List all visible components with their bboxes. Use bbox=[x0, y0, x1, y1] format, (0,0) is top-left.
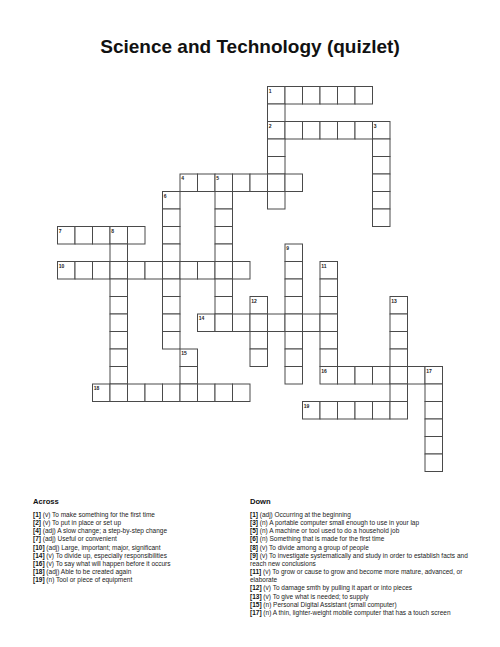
grid-cell[interactable] bbox=[373, 174, 391, 192]
grid-cell[interactable] bbox=[233, 174, 251, 192]
grid-cell[interactable] bbox=[285, 297, 303, 315]
grid-cell[interactable] bbox=[338, 367, 356, 385]
clue-number-label: [8] bbox=[250, 544, 258, 551]
clue-number: 12 bbox=[251, 298, 257, 304]
clue-number: 6 bbox=[164, 193, 167, 199]
grid-cell[interactable] bbox=[163, 332, 181, 350]
grid-cell[interactable] bbox=[93, 262, 111, 280]
grid-cell[interactable] bbox=[110, 297, 128, 315]
clue-number: 5 bbox=[216, 175, 219, 181]
grid-cell[interactable] bbox=[268, 192, 286, 210]
down-clue-1: [1] (adj) Occurring at the beginning bbox=[250, 511, 480, 519]
grid-cell[interactable] bbox=[285, 262, 303, 280]
grid-cell[interactable] bbox=[93, 227, 111, 245]
grid-cell[interactable] bbox=[285, 367, 303, 385]
grid-cell[interactable] bbox=[233, 262, 251, 280]
grid-cell[interactable] bbox=[163, 244, 181, 262]
across-clue-10: [10] (adj) Large, important; major, sign… bbox=[33, 544, 245, 552]
clue-number-label: [7] bbox=[33, 535, 41, 542]
grid-cell[interactable] bbox=[145, 384, 163, 402]
grid-cell[interactable] bbox=[110, 279, 128, 297]
across-clue-1: [1] (v) To make something for the first … bbox=[33, 511, 245, 519]
clue-number-label: [14] bbox=[33, 552, 45, 559]
clue-text: (n) Something that is made for the first… bbox=[258, 535, 384, 542]
grid-cell[interactable] bbox=[425, 419, 443, 437]
grid-cell[interactable] bbox=[110, 349, 128, 367]
across-clue-4: [4] (adj) A slow change; a step-by-step … bbox=[33, 527, 245, 535]
clue-number-label: [9] bbox=[250, 552, 258, 559]
clue-number: 14 bbox=[199, 315, 205, 321]
clue-number-label: [11] bbox=[250, 568, 261, 575]
grid-cell[interactable] bbox=[180, 262, 198, 280]
grid-cell[interactable] bbox=[75, 262, 93, 280]
clue-number-label: [16] bbox=[33, 560, 45, 567]
clue-text: (n) A portable computer small enough to … bbox=[258, 519, 419, 526]
grid-cell[interactable] bbox=[320, 332, 338, 350]
clue-number: 3 bbox=[374, 123, 377, 129]
grid-cell[interactable] bbox=[373, 367, 391, 385]
grid-cell[interactable] bbox=[110, 262, 128, 280]
grid-cell[interactable] bbox=[110, 314, 128, 332]
grid-cell[interactable] bbox=[355, 122, 373, 140]
grid-cell[interactable] bbox=[180, 367, 198, 385]
grid-cell[interactable] bbox=[198, 384, 216, 402]
grid-cell[interactable] bbox=[373, 157, 391, 175]
clue-text: (adj) A slow change; a step-by-step chan… bbox=[41, 527, 167, 534]
grid-cell[interactable] bbox=[373, 402, 391, 420]
grid-cell[interactable] bbox=[198, 262, 216, 280]
crossword-grid: 12345678910111213141516171819 bbox=[57, 86, 444, 473]
grid-cell[interactable] bbox=[320, 122, 338, 140]
across-clue-16: [16] (v) To say what will happen before … bbox=[33, 560, 245, 568]
grid-cell[interactable] bbox=[163, 314, 181, 332]
clue-text: (v) To divide up, especially responsibil… bbox=[45, 552, 167, 559]
grid-cell[interactable] bbox=[250, 174, 268, 192]
down-clue-3: [3] (n) A portable computer small enough… bbox=[250, 519, 480, 527]
clue-number-label: [2] bbox=[33, 519, 41, 526]
grid-cell[interactable] bbox=[320, 297, 338, 315]
grid-cell[interactable] bbox=[250, 332, 268, 350]
grid-cell[interactable] bbox=[390, 349, 408, 367]
grid-cell[interactable] bbox=[268, 314, 286, 332]
clue-number: 15 bbox=[181, 350, 187, 356]
grid-cell[interactable] bbox=[250, 314, 268, 332]
across-clue-14: [14] (v) To divide up, especially respon… bbox=[33, 552, 245, 560]
grid-cell[interactable] bbox=[145, 262, 163, 280]
grid-cell[interactable] bbox=[303, 122, 321, 140]
grid-cell[interactable] bbox=[285, 87, 303, 105]
grid-cell[interactable] bbox=[198, 174, 216, 192]
grid-cell[interactable] bbox=[163, 227, 181, 245]
grid-cell[interactable] bbox=[163, 262, 181, 280]
across-clue-19: [19] (n) Tool or piece of equipment bbox=[33, 576, 245, 584]
down-clue-13: [13] (v) To give what is needed; to supp… bbox=[250, 593, 480, 601]
page-title: Science and Technology (quizlet) bbox=[0, 36, 500, 58]
grid-cell[interactable] bbox=[390, 384, 408, 402]
clue-number-label: [13] bbox=[250, 593, 262, 600]
clue-number: 2 bbox=[269, 123, 272, 129]
clue-number-label: [4] bbox=[33, 527, 41, 534]
grid-cell[interactable] bbox=[285, 349, 303, 367]
grid-cell[interactable] bbox=[285, 174, 303, 192]
down-clue-11: [11] (v) To grow or cause to grow and be… bbox=[250, 568, 480, 584]
grid-cell[interactable] bbox=[163, 209, 181, 227]
clue-text: (adj) Able to be created again bbox=[45, 568, 132, 575]
grid-cell[interactable] bbox=[303, 314, 321, 332]
grid-cell[interactable] bbox=[320, 314, 338, 332]
clue-text: (adj) Occurring at the beginning bbox=[258, 511, 351, 518]
grid-cell[interactable] bbox=[215, 262, 233, 280]
grid-cell[interactable] bbox=[373, 139, 391, 157]
clue-text: (adj) Useful or convenient bbox=[41, 535, 117, 542]
grid-cell[interactable] bbox=[285, 332, 303, 350]
clue-number: 17 bbox=[426, 368, 432, 374]
across-clue-7: [7] (adj) Useful or convenient bbox=[33, 535, 245, 543]
grid-cell[interactable] bbox=[215, 297, 233, 315]
grid-cell[interactable] bbox=[355, 367, 373, 385]
clue-number: 9 bbox=[286, 245, 289, 251]
grid-cell[interactable] bbox=[268, 157, 286, 175]
grid-cell[interactable] bbox=[215, 314, 233, 332]
clue-number: 10 bbox=[59, 263, 65, 269]
grid-cell[interactable] bbox=[110, 367, 128, 385]
grid-cell[interactable] bbox=[215, 192, 233, 210]
grid-cell[interactable] bbox=[390, 402, 408, 420]
clue-number-label: [18] bbox=[33, 568, 45, 575]
down-clue-17: [17] (n) A thin, lighter-weight mobile c… bbox=[250, 609, 480, 617]
grid-cell[interactable] bbox=[215, 227, 233, 245]
grid-cell[interactable] bbox=[268, 139, 286, 157]
across-clues-section: Across [1] (v) To make something for the… bbox=[33, 497, 245, 584]
clue-number: 19 bbox=[304, 403, 310, 409]
clue-number-label: [3] bbox=[250, 519, 258, 526]
grid-cell[interactable] bbox=[128, 384, 146, 402]
down-clue-15: [15] (n) Personal Digital Assistant (sma… bbox=[250, 601, 480, 609]
grid-cell[interactable] bbox=[233, 384, 251, 402]
clue-number-label: [6] bbox=[250, 535, 258, 542]
clue-text: (n) A thin, lighter-weight mobile comput… bbox=[262, 609, 451, 616]
grid-cell[interactable] bbox=[373, 209, 391, 227]
grid-cell[interactable] bbox=[128, 262, 146, 280]
clue-number: 7 bbox=[59, 228, 62, 234]
clue-text: (v) To grow or cause to grow and become … bbox=[250, 568, 462, 583]
clue-number-label: [1] bbox=[250, 511, 258, 518]
grid-cell[interactable] bbox=[268, 104, 286, 122]
grid-cell[interactable] bbox=[355, 402, 373, 420]
clue-text: (v) To investigate systematically and st… bbox=[250, 552, 468, 567]
grid-cell[interactable] bbox=[408, 367, 426, 385]
grid-cell[interactable] bbox=[163, 297, 181, 315]
grid-cell[interactable] bbox=[425, 454, 443, 472]
clue-text: (v) To put in place or set up bbox=[41, 519, 121, 526]
clue-text: (n) Personal Digital Assistant (small co… bbox=[262, 601, 397, 608]
grid-cell[interactable] bbox=[425, 384, 443, 402]
grid-cell[interactable] bbox=[338, 402, 356, 420]
clue-number: 13 bbox=[391, 298, 397, 304]
down-clue-12: [12] (v) To damage smth by pulling it ap… bbox=[250, 584, 480, 592]
grid-cell[interactable] bbox=[425, 402, 443, 420]
down-clues-section: Down [1] (adj) Occurring at the beginnin… bbox=[250, 497, 480, 617]
grid-cell[interactable] bbox=[390, 314, 408, 332]
grid-cell[interactable] bbox=[338, 122, 356, 140]
grid-cell[interactable] bbox=[285, 122, 303, 140]
grid-cell[interactable] bbox=[110, 244, 128, 262]
grid-cell[interactable] bbox=[285, 279, 303, 297]
grid-cell[interactable] bbox=[233, 314, 251, 332]
across-clue-list: [1] (v) To make something for the first … bbox=[33, 511, 245, 584]
grid-cell[interactable] bbox=[320, 349, 338, 367]
clue-number: 8 bbox=[111, 228, 114, 234]
clue-number-label: [17] bbox=[250, 609, 262, 616]
clue-number-label: [15] bbox=[250, 601, 262, 608]
grid-cell[interactable] bbox=[303, 87, 321, 105]
grid-cell[interactable] bbox=[163, 384, 181, 402]
grid-cell[interactable] bbox=[268, 174, 286, 192]
clue-number: 11 bbox=[321, 263, 327, 269]
grid-cell[interactable] bbox=[373, 192, 391, 210]
across-clue-18: [18] (adj) Able to be created again bbox=[33, 568, 245, 576]
clue-number: 16 bbox=[321, 368, 327, 374]
clue-number: 18 bbox=[94, 385, 100, 391]
clue-number: 4 bbox=[181, 175, 184, 181]
clue-text: (v) To make something for the first time bbox=[41, 511, 155, 518]
clue-number-label: [12] bbox=[250, 584, 262, 591]
grid-cell[interactable] bbox=[128, 227, 146, 245]
grid-cell[interactable] bbox=[180, 384, 198, 402]
clue-number-label: [10] bbox=[33, 544, 45, 551]
clue-text: (v) To say what will happen before it oc… bbox=[45, 560, 171, 567]
grid-cell[interactable] bbox=[163, 279, 181, 297]
grid-cell[interactable] bbox=[285, 314, 303, 332]
grid-cell[interactable] bbox=[110, 332, 128, 350]
down-clue-5: [5] (n) A machine or tool used to do a h… bbox=[250, 527, 480, 535]
down-clue-6: [6] (n) Something that is made for the f… bbox=[250, 535, 480, 543]
grid-cell[interactable] bbox=[390, 332, 408, 350]
grid-cell[interactable] bbox=[320, 87, 338, 105]
down-clue-9: [9] (v) To investigate systematically an… bbox=[250, 552, 480, 568]
grid-cell[interactable] bbox=[75, 227, 93, 245]
across-header: Across bbox=[33, 497, 245, 506]
down-clue-list: [1] (adj) Occurring at the beginning[3] … bbox=[250, 511, 480, 617]
clue-text: (n) A machine or tool used to do a house… bbox=[258, 527, 399, 534]
crossword-page: Science and Technology (quizlet) 1234567… bbox=[0, 0, 500, 647]
grid-cell[interactable] bbox=[215, 384, 233, 402]
clue-number: 1 bbox=[269, 88, 272, 94]
down-header: Down bbox=[250, 497, 480, 506]
grid-cell[interactable] bbox=[215, 244, 233, 262]
grid-cell[interactable] bbox=[338, 87, 356, 105]
clue-number-label: [1] bbox=[33, 511, 41, 518]
clue-text: (v) To divide among a group of people bbox=[258, 544, 369, 551]
grid-cell[interactable] bbox=[320, 402, 338, 420]
grid-cell[interactable] bbox=[425, 437, 443, 455]
down-clue-8: [8] (v) To divide among a group of peopl… bbox=[250, 544, 480, 552]
grid-cell[interactable] bbox=[250, 349, 268, 367]
clue-number-label: [19] bbox=[33, 576, 45, 583]
grid-cell[interactable] bbox=[215, 279, 233, 297]
clue-number-label: [5] bbox=[250, 527, 258, 534]
grid-cell[interactable] bbox=[215, 209, 233, 227]
grid-cell[interactable] bbox=[110, 384, 128, 402]
grid-cell[interactable] bbox=[390, 367, 408, 385]
clue-text: (adj) Large, important; major, significa… bbox=[45, 544, 161, 551]
clue-text: (v) To damage smth by pulling it apart o… bbox=[262, 584, 413, 591]
grid-cell[interactable] bbox=[355, 87, 373, 105]
clue-text: (n) Tool or piece of equipment bbox=[45, 576, 133, 583]
grid-cell[interactable] bbox=[320, 279, 338, 297]
across-clue-2: [2] (v) To put in place or set up bbox=[33, 519, 245, 527]
clue-text: (v) To give what is needed; to supply bbox=[262, 593, 369, 600]
